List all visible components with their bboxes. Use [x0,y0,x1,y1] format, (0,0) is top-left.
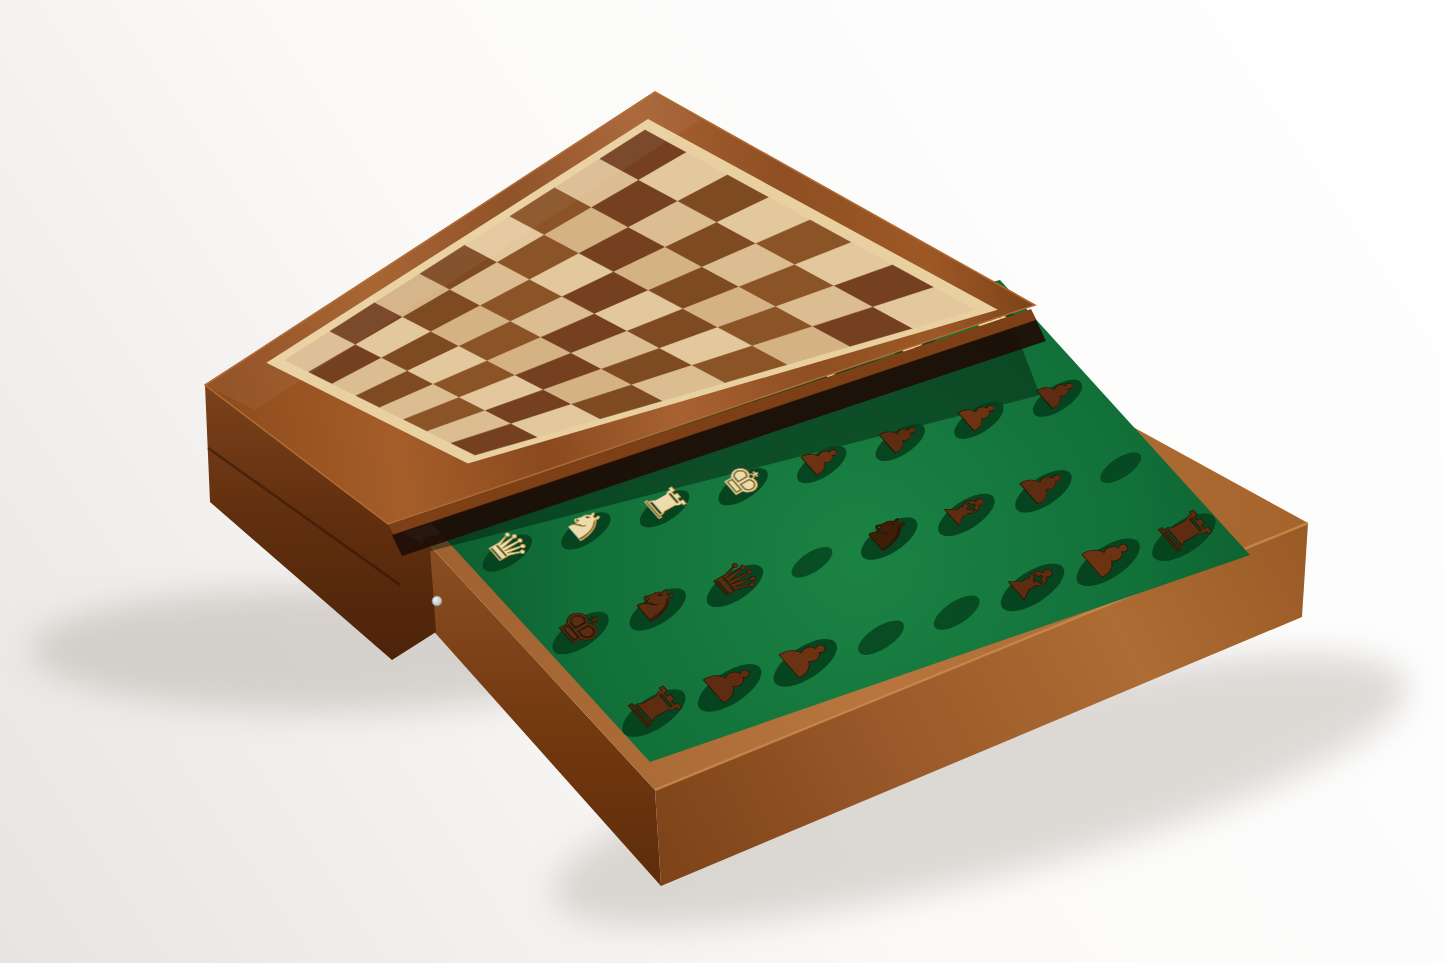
chess-box-product-photo: ♟♟♟♟♟♟♟♟♛♞♜♚♟♟♟♟♚♞♛♞♝♟♜♟♟♝♟♜ [0,0,1445,963]
drawer-pin [432,596,442,606]
scene-canvas: ♟♟♟♟♟♟♟♟♛♞♜♚♟♟♟♟♚♞♛♞♝♟♜♟♟♝♟♜ [0,0,1445,963]
